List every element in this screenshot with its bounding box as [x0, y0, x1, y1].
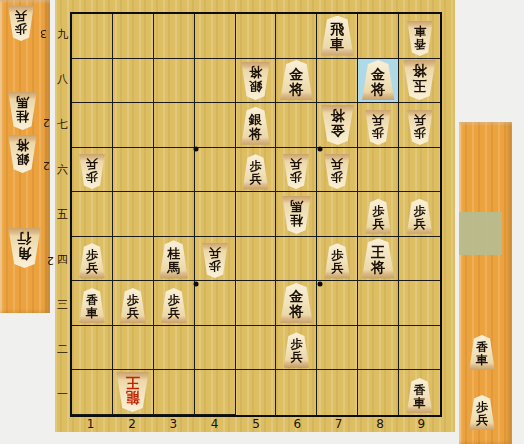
square-7二[interactable]	[317, 326, 358, 371]
square-3一[interactable]	[154, 370, 195, 415]
piece-kanji: 歩兵	[249, 160, 261, 186]
square-5七[interactable]: 銀将	[236, 103, 277, 148]
piece-kanji: 歩兵	[372, 113, 384, 139]
star-point	[318, 147, 323, 152]
piece-kanji: 歩兵	[414, 113, 426, 139]
rank-label-四: 四	[55, 237, 70, 282]
piece-kanji: 歩兵	[15, 9, 27, 35]
star-point	[194, 282, 199, 287]
square-8七[interactable]: 歩兵	[358, 103, 399, 148]
piece-歩兵-1六[interactable]: 歩兵	[79, 154, 105, 189]
square-9九[interactable]: 香車	[399, 14, 440, 59]
rank-label-六: 六	[55, 147, 70, 192]
piece-kanji: 桂馬	[167, 247, 180, 275]
piece-kanji: 玉将	[413, 64, 427, 94]
captured-count: 2	[43, 116, 50, 129]
star-point	[318, 282, 323, 287]
piece-飛車-7九[interactable]: 飛車	[321, 16, 354, 56]
piece-歩兵-3三[interactable]: 歩兵	[161, 288, 187, 323]
file-label-3: 3	[153, 417, 194, 432]
square-4三[interactable]	[195, 281, 236, 326]
square-2九[interactable]	[113, 14, 154, 59]
piece-kanji: 銀将	[16, 139, 29, 167]
square-6一[interactable]	[276, 370, 317, 415]
right-tray-slot-歩兵[interactable]: 歩兵	[469, 395, 495, 432]
piece-歩兵-9七[interactable]: 歩兵	[407, 110, 433, 145]
piece-王将-8四[interactable]: 王将	[362, 238, 395, 278]
rank-label-二: 二	[55, 327, 70, 372]
piece-kanji: 角行	[18, 232, 32, 262]
piece-玉将-9八[interactable]: 玉将	[403, 60, 436, 100]
piece-龍王-2一[interactable]: 龍王	[116, 372, 149, 412]
square-2四[interactable]	[113, 237, 154, 282]
captured-count: 3	[40, 27, 47, 40]
square-8五[interactable]: 歩兵	[358, 192, 399, 237]
captured-tray-right[interactable]: 香車歩兵	[459, 122, 512, 444]
piece-歩兵-8五[interactable]: 歩兵	[365, 199, 391, 234]
piece-kanji: 飛車	[330, 22, 344, 52]
piece-kanji: 歩兵	[209, 246, 221, 272]
left-tray-slot-桂馬[interactable]: 桂馬2	[8, 92, 37, 132]
square-1五[interactable]	[72, 192, 113, 237]
piece-桂馬[interactable]: 桂馬	[8, 92, 37, 130]
piece-kanji: 歩兵	[476, 401, 488, 427]
rank-label-一: 一	[55, 372, 70, 417]
square-2八[interactable]	[113, 59, 154, 104]
square-1三[interactable]: 香車	[72, 281, 113, 326]
square-2七[interactable]	[113, 103, 154, 148]
piece-香車-9九[interactable]: 香車	[407, 21, 433, 56]
piece-銀将-5七[interactable]: 銀将	[241, 107, 270, 145]
square-2一[interactable]: 龍王	[113, 370, 154, 415]
square-1七[interactable]	[72, 103, 113, 148]
square-5九[interactable]	[236, 14, 277, 59]
square-9三[interactable]	[399, 281, 440, 326]
square-2六[interactable]	[113, 148, 154, 193]
piece-金将-8八[interactable]: 金将	[362, 60, 395, 100]
piece-kanji: 香車	[476, 341, 488, 367]
square-5三[interactable]	[236, 281, 277, 326]
square-4九[interactable]	[195, 14, 236, 59]
square-6六[interactable]: 歩兵	[276, 148, 317, 193]
rank-label-五: 五	[55, 192, 70, 237]
piece-kanji: 歩兵	[168, 294, 180, 320]
square-4二[interactable]	[195, 326, 236, 371]
file-label-7: 7	[318, 417, 359, 432]
piece-kanji: 歩兵	[290, 338, 302, 364]
piece-歩兵-5六[interactable]: 歩兵	[242, 154, 268, 189]
square-7三[interactable]	[317, 281, 358, 326]
square-1二[interactable]	[72, 326, 113, 371]
square-7五[interactable]	[317, 192, 358, 237]
piece-kanji: 歩兵	[331, 249, 343, 275]
square-3三[interactable]: 歩兵	[154, 281, 195, 326]
piece-金将-7七[interactable]: 金将	[321, 105, 354, 145]
piece-銀将-5八[interactable]: 銀将	[241, 62, 270, 100]
file-label-6: 6	[277, 417, 318, 432]
piece-歩兵-2三[interactable]: 歩兵	[120, 288, 146, 323]
piece-歩兵[interactable]: 歩兵	[469, 395, 495, 430]
square-5八[interactable]: 銀将	[236, 59, 277, 104]
rank-label-八: 八	[55, 57, 70, 102]
piece-kanji: 金将	[289, 289, 303, 319]
piece-kanji: 歩兵	[86, 249, 98, 275]
square-6八[interactable]: 金将	[276, 59, 317, 104]
square-4六[interactable]	[195, 148, 236, 193]
piece-kanji: 金将	[371, 67, 385, 97]
square-1一[interactable]	[72, 370, 113, 415]
square-8一[interactable]	[358, 370, 399, 415]
piece-kanji: 桂馬	[16, 96, 29, 124]
piece-歩兵-4四[interactable]: 歩兵	[202, 243, 228, 278]
right-tray-slot-香車[interactable]: 香車	[469, 335, 495, 372]
square-9七[interactable]: 歩兵	[399, 103, 440, 148]
square-7八[interactable]	[317, 59, 358, 104]
piece-歩兵-6六[interactable]: 歩兵	[283, 154, 309, 189]
square-3七[interactable]	[154, 103, 195, 148]
square-8四[interactable]: 王将	[358, 237, 399, 282]
file-label-9: 9	[401, 417, 442, 432]
file-labels: 123456789	[70, 417, 442, 432]
rank-labels: 九八七六五四三二一	[55, 12, 70, 417]
square-8九[interactable]	[358, 14, 399, 59]
square-1四[interactable]: 歩兵	[72, 237, 113, 282]
square-3八[interactable]	[154, 59, 195, 104]
square-4四[interactable]: 歩兵	[195, 237, 236, 282]
square-7九[interactable]: 飛車	[317, 14, 358, 59]
piece-kanji: 金将	[330, 108, 344, 138]
piece-香車-9一[interactable]: 香車	[407, 378, 433, 413]
square-1九[interactable]	[72, 14, 113, 59]
square-5六[interactable]: 歩兵	[236, 148, 277, 193]
piece-歩兵-7六[interactable]: 歩兵	[324, 154, 350, 189]
square-6二[interactable]: 歩兵	[276, 326, 317, 371]
left-tray-slot-歩兵[interactable]: 歩兵3	[8, 6, 34, 43]
piece-kanji: 歩兵	[414, 205, 426, 231]
tray-highlight-slot	[459, 212, 502, 255]
square-3六[interactable]	[154, 148, 195, 193]
square-4七[interactable]	[195, 103, 236, 148]
square-4八[interactable]	[195, 59, 236, 104]
square-6四[interactable]	[276, 237, 317, 282]
star-point	[194, 147, 199, 152]
piece-歩兵-6二[interactable]: 歩兵	[283, 332, 309, 367]
square-6七[interactable]	[276, 103, 317, 148]
square-6三[interactable]: 金将	[276, 281, 317, 326]
piece-金将-6三[interactable]: 金将	[280, 283, 313, 323]
piece-kanji: 香車	[414, 24, 426, 50]
piece-kanji: 桂馬	[290, 199, 303, 227]
piece-角行[interactable]: 角行	[8, 228, 41, 268]
left-tray-slot-角行[interactable]: 角行2	[8, 228, 41, 270]
piece-kanji: 歩兵	[331, 157, 343, 183]
piece-金将-6八[interactable]: 金将	[280, 60, 313, 100]
piece-kanji: 歩兵	[86, 157, 98, 183]
file-label-5: 5	[235, 417, 276, 432]
square-5五[interactable]	[236, 192, 277, 237]
piece-歩兵-1四[interactable]: 歩兵	[79, 243, 105, 278]
piece-香車[interactable]: 香車	[469, 335, 495, 370]
captured-count: 2	[43, 159, 50, 172]
left-tray-slot-銀将[interactable]: 銀将2	[8, 135, 37, 175]
piece-歩兵-9五[interactable]: 歩兵	[407, 199, 433, 234]
square-6五[interactable]: 桂馬	[276, 192, 317, 237]
square-9二[interactable]	[399, 326, 440, 371]
square-4五[interactable]	[195, 192, 236, 237]
rank-label-九: 九	[55, 12, 70, 57]
square-8二[interactable]	[358, 326, 399, 371]
square-3九[interactable]	[154, 14, 195, 59]
piece-kanji: 香車	[86, 294, 98, 320]
square-7四[interactable]: 歩兵	[317, 237, 358, 282]
square-9四[interactable]	[399, 237, 440, 282]
rank-label-三: 三	[55, 282, 70, 327]
piece-kanji: 銀将	[249, 66, 262, 94]
piece-kanji: 銀将	[249, 113, 262, 141]
square-2五[interactable]	[113, 192, 154, 237]
square-1六[interactable]: 歩兵	[72, 148, 113, 193]
piece-歩兵[interactable]: 歩兵	[8, 6, 34, 41]
captured-count: 2	[47, 254, 54, 267]
square-2二[interactable]	[113, 326, 154, 371]
piece-桂馬-6五[interactable]: 桂馬	[282, 196, 311, 234]
piece-歩兵-8七[interactable]: 歩兵	[365, 110, 391, 145]
piece-歩兵-7四[interactable]: 歩兵	[324, 243, 350, 278]
board-plate: 九八七六五四三二一 飛車香車銀将金将金将玉将銀将金将歩兵歩兵歩兵歩兵歩兵歩兵桂馬…	[55, 0, 455, 432]
file-label-8: 8	[359, 417, 400, 432]
file-label-1: 1	[70, 417, 111, 432]
square-9五[interactable]: 歩兵	[399, 192, 440, 237]
square-9六[interactable]	[399, 148, 440, 193]
square-8三[interactable]	[358, 281, 399, 326]
piece-香車-1三[interactable]: 香車	[79, 288, 105, 323]
piece-kanji: 歩兵	[290, 157, 302, 183]
piece-kanji: 歩兵	[372, 205, 384, 231]
piece-銀将[interactable]: 銀将	[8, 135, 37, 173]
square-5一[interactable]	[236, 370, 277, 415]
square-2三[interactable]: 歩兵	[113, 281, 154, 326]
square-8六[interactable]	[358, 148, 399, 193]
file-label-2: 2	[111, 417, 152, 432]
captured-tray-left[interactable]: 歩兵3桂馬2銀将2角行2	[0, 0, 50, 313]
piece-kanji: 王将	[371, 245, 385, 275]
piece-kanji: 龍王	[126, 376, 140, 406]
square-5二[interactable]	[236, 326, 277, 371]
square-9一[interactable]: 香車	[399, 370, 440, 415]
square-9八[interactable]: 玉将	[399, 59, 440, 104]
square-7七[interactable]: 金将	[317, 103, 358, 148]
square-5四[interactable]	[236, 237, 277, 282]
square-3二[interactable]	[154, 326, 195, 371]
rank-label-七: 七	[55, 102, 70, 147]
square-8八[interactable]: 金将	[358, 59, 399, 104]
square-1八[interactable]	[72, 59, 113, 104]
piece-kanji: 歩兵	[127, 294, 139, 320]
board-grid: 飛車香車銀将金将金将玉将銀将金将歩兵歩兵歩兵歩兵歩兵歩兵桂馬歩兵歩兵歩兵桂馬歩兵…	[70, 12, 442, 417]
square-4一[interactable]	[195, 370, 236, 415]
piece-kanji: 香車	[414, 384, 426, 410]
file-label-4: 4	[194, 417, 235, 432]
square-7六[interactable]: 歩兵	[317, 148, 358, 193]
square-3四[interactable]: 桂馬	[154, 237, 195, 282]
shogi-app: 歩兵3桂馬2銀将2角行2 香車歩兵 九八七六五四三二一 飛車香車銀将金将金将玉将…	[0, 0, 524, 444]
piece-桂馬-3四[interactable]: 桂馬	[159, 240, 188, 278]
square-6九[interactable]	[276, 14, 317, 59]
square-7一[interactable]	[317, 370, 358, 415]
piece-kanji: 金将	[289, 67, 303, 97]
square-3五[interactable]	[154, 192, 195, 237]
